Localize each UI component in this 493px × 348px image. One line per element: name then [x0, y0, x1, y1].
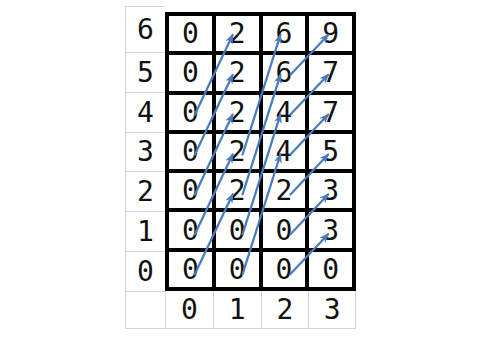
- dp-cell: 2: [214, 53, 261, 92]
- dp-cell: 0: [167, 14, 214, 53]
- dp-cell: 6: [261, 53, 308, 92]
- dp-cell: 2: [214, 14, 261, 53]
- dp-table-sheet: 6543210 0269026702470245022300030000 012…: [0, 0, 493, 348]
- row-label-column: 6543210: [125, 6, 165, 291]
- dp-cell: 4: [261, 93, 308, 132]
- dp-grid: 0269026702470245022300030000: [165, 12, 356, 291]
- dp-cell: 7: [307, 53, 354, 92]
- row-label: 1: [126, 212, 165, 252]
- dp-cell: 3: [307, 210, 354, 249]
- row-label: 5: [126, 53, 165, 93]
- dp-cell: 0: [307, 250, 354, 289]
- col-label-row: 0123: [125, 291, 356, 329]
- row-label: 2: [126, 172, 165, 212]
- dp-cell: 0: [167, 210, 214, 249]
- dp-cell: 7: [307, 93, 354, 132]
- dp-cell: 2: [214, 132, 261, 171]
- dp-cell: 0: [167, 53, 214, 92]
- dp-cell: 0: [261, 210, 308, 249]
- dp-cell: 0: [167, 171, 214, 210]
- row-label: 6: [126, 7, 165, 53]
- col-label: 3: [308, 291, 356, 329]
- col-label: 0: [165, 291, 213, 329]
- dp-cell: 0: [167, 132, 214, 171]
- row-label: 3: [126, 133, 165, 173]
- dp-cell: 2: [214, 171, 261, 210]
- dp-cell: 0: [214, 250, 261, 289]
- dp-cell: 2: [261, 171, 308, 210]
- dp-cell: 0: [167, 250, 214, 289]
- row-label: 4: [126, 93, 165, 133]
- dp-cell: 2: [214, 93, 261, 132]
- dp-cell: 0: [167, 93, 214, 132]
- dp-cell: 4: [261, 132, 308, 171]
- col-label: 1: [213, 291, 261, 329]
- dp-cell: 0: [261, 250, 308, 289]
- dp-cell: 6: [261, 14, 308, 53]
- row-label: 0: [126, 252, 165, 292]
- dp-cell: 0: [214, 210, 261, 249]
- dp-cell: 5: [307, 132, 354, 171]
- dp-cell: 9: [307, 14, 354, 53]
- col-label: 2: [261, 291, 309, 329]
- corner-cell: [125, 291, 165, 329]
- dp-cell: 3: [307, 171, 354, 210]
